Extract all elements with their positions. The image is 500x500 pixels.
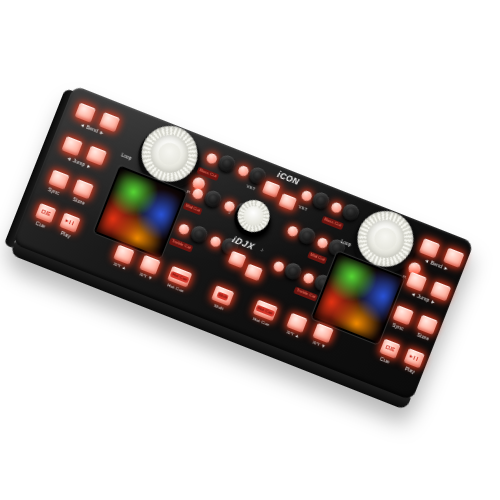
left-eq-knob-2[interactable] [203, 189, 224, 210]
right-vst-label: VST [292, 202, 313, 215]
center-select-b-button[interactable] [244, 264, 263, 282]
right-fx-knob-2[interactable] [297, 226, 318, 247]
right-fx-knob-1[interactable] [311, 190, 332, 211]
shift-button-badge: Shift [217, 291, 229, 301]
left-loop-label: Loop [115, 150, 138, 164]
right-eq-badge-2: Mid Cut [307, 251, 327, 264]
right-eq-kill-button-3[interactable] [302, 272, 315, 285]
left-jog-hub [145, 129, 194, 178]
right-fx-button-2[interactable] [286, 225, 299, 238]
right-hot-cue-button-badge: Hot Cue [256, 304, 275, 316]
product-photo-stage: ◄ Bend ► ◄ Jump ► Sync Store CUE ▶❙❙ Cue… [0, 0, 500, 500]
right-eq-knob-1[interactable] [340, 202, 361, 223]
left-eq-kill-button-3[interactable] [177, 223, 190, 236]
left-fx-button-1[interactable] [237, 165, 250, 178]
browse-knob-hub [241, 203, 267, 229]
right-eq-kill-button-2[interactable] [316, 237, 329, 250]
right-fx-knob-3[interactable] [283, 261, 304, 282]
note-icon: ♪ [260, 246, 265, 253]
center-load-a-button[interactable] [262, 180, 281, 198]
right-cue-button-text: CUE [385, 345, 396, 353]
left-eq-badge-3: Treble Cut [169, 237, 194, 252]
right-fx-button-1[interactable] [300, 190, 313, 203]
left-hot-cue-button-badge: Hot Cue [170, 271, 189, 283]
center-select-a-button[interactable] [228, 251, 247, 269]
left-play-button-icon: ▶❙❙ [65, 219, 75, 227]
right-play-button-icon: ▶❙❙ [409, 354, 419, 362]
note-icon: ♪ [227, 209, 232, 216]
right-eq-badge-3: Treble Cut [293, 286, 318, 301]
brand-logo: iCON [276, 169, 301, 187]
right-jog-hub [361, 214, 410, 263]
right-eq-badge-1: Bass Cut [321, 216, 344, 230]
left-eq-badge-2: Mid Cut [183, 202, 203, 215]
left-eq-knob-1[interactable] [217, 153, 238, 174]
device-top-panel: ◄ Bend ► ◄ Jump ► Sync Store CUE ▶❙❙ Cue… [12, 85, 474, 401]
dj-controller-device: ◄ Bend ► ◄ Jump ► Sync Store CUE ▶❙❙ Cue… [12, 85, 474, 401]
right-eq-kill-button-1[interactable] [330, 201, 343, 214]
left-eq-knob-3[interactable] [189, 224, 210, 245]
right-fx-button-3[interactable] [272, 260, 285, 273]
left-cue-button-text: CUE [40, 209, 51, 217]
left-fx-button-3[interactable] [209, 235, 222, 248]
left-eq-kill-button-1[interactable] [205, 152, 218, 165]
